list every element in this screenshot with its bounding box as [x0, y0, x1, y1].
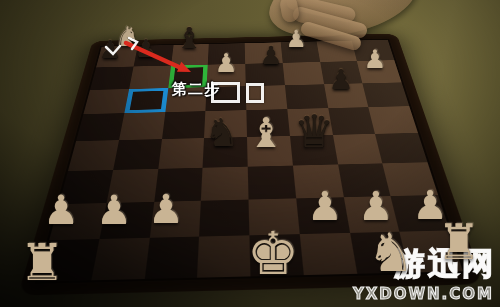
- square-d3[interactable]: [201, 166, 248, 200]
- square-c5[interactable]: [162, 111, 206, 139]
- piece-white-rook-h1[interactable]: ♜: [437, 219, 481, 268]
- square-b1[interactable]: [91, 238, 149, 280]
- square-a6[interactable]: [83, 89, 129, 114]
- square-g4[interactable]: [332, 134, 382, 164]
- piece-black-pawn-a7[interactable]: ♟: [99, 38, 121, 63]
- piece-black-pawn-e7[interactable]: ♟: [260, 43, 282, 68]
- square-e3[interactable]: [248, 165, 296, 199]
- piece-white-pawn-h7[interactable]: ♟: [364, 47, 387, 73]
- square-c7[interactable]: [168, 65, 208, 88]
- chess-game-scene: ♞♝♟♟♟♟♟♟♞♝♛♟♟♟♟♟♟♜♚♞♜♟ 第二步 游迅网 YXDOWN.CO…: [0, 0, 500, 307]
- piece-black-knight-d4[interactable]: ♞: [205, 114, 240, 153]
- square-a5[interactable]: [76, 113, 124, 141]
- piece-white-king-e1[interactable]: ♚: [247, 225, 300, 284]
- piece-white-pawn-g2[interactable]: ♟: [358, 187, 394, 227]
- square-f1[interactable]: [299, 233, 356, 275]
- square-d2[interactable]: [199, 199, 249, 237]
- square-d6[interactable]: [206, 86, 247, 111]
- square-d1[interactable]: [197, 236, 250, 278]
- square-e6[interactable]: [246, 85, 287, 110]
- piece-white-rook-a1[interactable]: ♜: [19, 237, 65, 288]
- square-f7[interactable]: [282, 62, 323, 85]
- watermark-site-url: YXDOWN.COM: [353, 285, 494, 303]
- piece-white-pawn-d7[interactable]: ♟: [214, 51, 237, 77]
- piece-white-knight-g1[interactable]: ♞: [367, 227, 414, 280]
- piece-black-pawn-b7[interactable]: ♟: [135, 37, 157, 61]
- square-h4[interactable]: [375, 133, 427, 163]
- square-h5[interactable]: [369, 106, 418, 134]
- piece-white-pawn-f2[interactable]: ♟: [307, 187, 343, 227]
- square-c4[interactable]: [158, 138, 204, 169]
- square-a4[interactable]: [68, 140, 119, 171]
- piece-white-pawn-c2[interactable]: ♟: [148, 189, 184, 229]
- square-a7[interactable]: [90, 66, 133, 89]
- piece-black-pawn-g6[interactable]: ♟: [329, 66, 354, 93]
- piece-white-pawn-a2[interactable]: ♟: [43, 191, 79, 231]
- square-h6[interactable]: [363, 82, 410, 107]
- square-g5[interactable]: [328, 107, 375, 135]
- square-b7[interactable]: [129, 65, 171, 88]
- piece-white-bishop-e4[interactable]: ♝: [248, 113, 285, 154]
- square-b5[interactable]: [119, 112, 165, 140]
- square-c6[interactable]: [165, 87, 207, 112]
- square-b4[interactable]: [113, 139, 162, 170]
- piece-white-pawn-b2[interactable]: ♟: [96, 190, 132, 230]
- piece-black-bishop-c8[interactable]: ♝: [176, 24, 202, 53]
- piece-black-queen-f4[interactable]: ♛: [294, 110, 334, 155]
- square-b6[interactable]: [124, 88, 168, 113]
- square-c1[interactable]: [144, 237, 199, 279]
